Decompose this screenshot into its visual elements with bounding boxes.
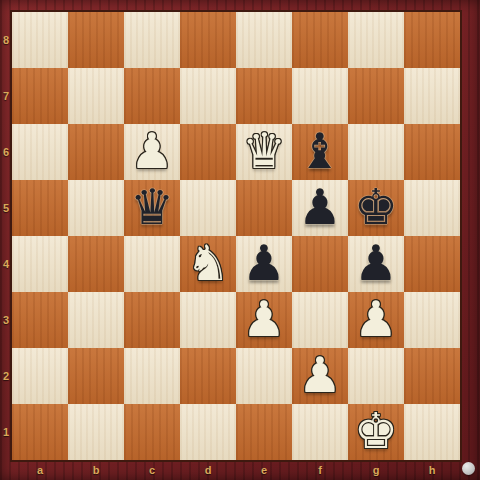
square-b3[interactable] — [68, 292, 124, 348]
square-g8[interactable] — [348, 12, 404, 68]
rank-label-5: 5 — [0, 180, 12, 236]
piece-black-queen[interactable]: ♛ — [124, 180, 180, 236]
square-b6[interactable] — [68, 124, 124, 180]
square-g3[interactable]: ♟ — [348, 292, 404, 348]
square-g4[interactable]: ♟ — [348, 236, 404, 292]
square-c6[interactable]: ♟ — [124, 124, 180, 180]
square-a8[interactable] — [12, 12, 68, 68]
piece-black-bishop[interactable]: ♝ — [292, 124, 348, 180]
square-b1[interactable] — [68, 404, 124, 460]
square-f2[interactable]: ♟ — [292, 348, 348, 404]
square-b7[interactable] — [68, 68, 124, 124]
piece-black-pawn[interactable]: ♟ — [292, 180, 348, 236]
square-d3[interactable] — [180, 292, 236, 348]
piece-white-king[interactable]: ♚ — [348, 404, 404, 460]
piece-white-pawn[interactable]: ♟ — [124, 124, 180, 180]
square-f7[interactable] — [292, 68, 348, 124]
board-frame: ♟♛♝♛♟♚♞♟♟♟♟♟♚ 87654321 abcdefgh — [0, 0, 480, 480]
square-c3[interactable] — [124, 292, 180, 348]
square-d1[interactable] — [180, 404, 236, 460]
square-d5[interactable] — [180, 180, 236, 236]
square-a4[interactable] — [12, 236, 68, 292]
square-c2[interactable] — [124, 348, 180, 404]
square-e1[interactable] — [236, 404, 292, 460]
rank-label-6: 6 — [0, 124, 12, 180]
rank-label-8: 8 — [0, 12, 12, 68]
square-a3[interactable] — [12, 292, 68, 348]
file-label-b: b — [68, 460, 124, 480]
square-f6[interactable]: ♝ — [292, 124, 348, 180]
square-a6[interactable] — [12, 124, 68, 180]
file-labels: abcdefgh — [12, 460, 460, 480]
file-label-d: d — [180, 460, 236, 480]
square-h3[interactable] — [404, 292, 460, 348]
rank-label-1: 1 — [0, 404, 12, 460]
square-e7[interactable] — [236, 68, 292, 124]
square-d6[interactable] — [180, 124, 236, 180]
square-f1[interactable] — [292, 404, 348, 460]
piece-black-pawn[interactable]: ♟ — [348, 236, 404, 292]
square-h7[interactable] — [404, 68, 460, 124]
file-label-c: c — [124, 460, 180, 480]
square-h5[interactable] — [404, 180, 460, 236]
square-g5[interactable]: ♚ — [348, 180, 404, 236]
square-b2[interactable] — [68, 348, 124, 404]
piece-white-pawn[interactable]: ♟ — [236, 292, 292, 348]
square-f3[interactable] — [292, 292, 348, 348]
square-h8[interactable] — [404, 12, 460, 68]
piece-white-pawn[interactable]: ♟ — [348, 292, 404, 348]
file-label-a: a — [12, 460, 68, 480]
side-to-move-indicator — [462, 462, 475, 475]
square-c4[interactable] — [124, 236, 180, 292]
piece-white-queen[interactable]: ♛ — [236, 124, 292, 180]
square-g1[interactable]: ♚ — [348, 404, 404, 460]
piece-black-king[interactable]: ♚ — [348, 180, 404, 236]
square-c7[interactable] — [124, 68, 180, 124]
square-a5[interactable] — [12, 180, 68, 236]
square-e6[interactable]: ♛ — [236, 124, 292, 180]
square-a2[interactable] — [12, 348, 68, 404]
square-f5[interactable]: ♟ — [292, 180, 348, 236]
square-h1[interactable] — [404, 404, 460, 460]
square-f4[interactable] — [292, 236, 348, 292]
square-a7[interactable] — [12, 68, 68, 124]
square-e3[interactable]: ♟ — [236, 292, 292, 348]
square-c1[interactable] — [124, 404, 180, 460]
piece-white-knight[interactable]: ♞ — [180, 236, 236, 292]
square-c5[interactable]: ♛ — [124, 180, 180, 236]
square-h6[interactable] — [404, 124, 460, 180]
square-g7[interactable] — [348, 68, 404, 124]
square-b8[interactable] — [68, 12, 124, 68]
chess-board: ♟♛♝♛♟♚♞♟♟♟♟♟♚ — [12, 12, 460, 460]
square-e5[interactable] — [236, 180, 292, 236]
square-e8[interactable] — [236, 12, 292, 68]
file-label-h: h — [404, 460, 460, 480]
square-g2[interactable] — [348, 348, 404, 404]
rank-label-7: 7 — [0, 68, 12, 124]
square-e2[interactable] — [236, 348, 292, 404]
rank-labels: 87654321 — [0, 12, 12, 460]
square-d8[interactable] — [180, 12, 236, 68]
square-e4[interactable]: ♟ — [236, 236, 292, 292]
square-d4[interactable]: ♞ — [180, 236, 236, 292]
rank-label-2: 2 — [0, 348, 12, 404]
piece-black-pawn[interactable]: ♟ — [236, 236, 292, 292]
square-d2[interactable] — [180, 348, 236, 404]
file-label-g: g — [348, 460, 404, 480]
square-d7[interactable] — [180, 68, 236, 124]
square-a1[interactable] — [12, 404, 68, 460]
file-label-f: f — [292, 460, 348, 480]
square-b4[interactable] — [68, 236, 124, 292]
square-g6[interactable] — [348, 124, 404, 180]
square-f8[interactable] — [292, 12, 348, 68]
square-b5[interactable] — [68, 180, 124, 236]
piece-white-pawn[interactable]: ♟ — [292, 348, 348, 404]
square-c8[interactable] — [124, 12, 180, 68]
square-h2[interactable] — [404, 348, 460, 404]
file-label-e: e — [236, 460, 292, 480]
rank-label-3: 3 — [0, 292, 12, 348]
square-h4[interactable] — [404, 236, 460, 292]
rank-label-4: 4 — [0, 236, 12, 292]
